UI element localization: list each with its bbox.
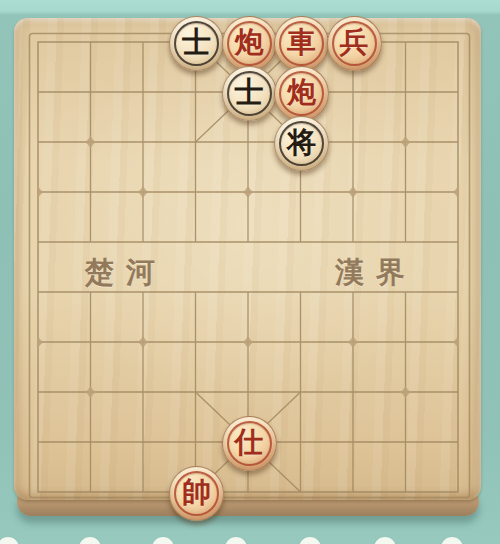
decor-dot bbox=[225, 537, 247, 544]
decor-dot bbox=[441, 537, 463, 544]
piece-glyph: 車 bbox=[275, 17, 328, 70]
game-scene: 楚河 漢界 士炮車兵士炮将仕帥 bbox=[0, 0, 500, 544]
piece-glyph: 士 bbox=[223, 67, 276, 120]
piece-glyph: 仕 bbox=[223, 417, 276, 470]
red-chariot[interactable]: 車 bbox=[274, 16, 329, 71]
black-advisor[interactable]: 士 bbox=[222, 66, 277, 121]
piece-glyph: 炮 bbox=[223, 17, 276, 70]
red-soldier[interactable]: 兵 bbox=[327, 16, 382, 71]
piece-glyph: 炮 bbox=[275, 67, 328, 120]
piece-glyph: 士 bbox=[170, 17, 223, 70]
black-general[interactable]: 将 bbox=[274, 116, 329, 171]
river-label-right: 漢界 bbox=[335, 255, 417, 289]
red-cannon[interactable]: 炮 bbox=[274, 66, 329, 121]
decor-dot bbox=[374, 537, 396, 544]
decor-dot bbox=[152, 537, 174, 544]
black-advisor[interactable]: 士 bbox=[169, 16, 224, 71]
piece-glyph: 帥 bbox=[170, 467, 223, 520]
decor-dot bbox=[0, 537, 19, 544]
red-general[interactable]: 帥 bbox=[169, 466, 224, 521]
piece-glyph: 兵 bbox=[328, 17, 381, 70]
piece-glyph: 将 bbox=[275, 117, 328, 170]
decor-dot bbox=[79, 537, 101, 544]
decor-dot bbox=[299, 537, 321, 544]
red-advisor[interactable]: 仕 bbox=[222, 416, 277, 471]
river-label-left: 楚河 bbox=[85, 255, 167, 289]
red-cannon[interactable]: 炮 bbox=[222, 16, 277, 71]
